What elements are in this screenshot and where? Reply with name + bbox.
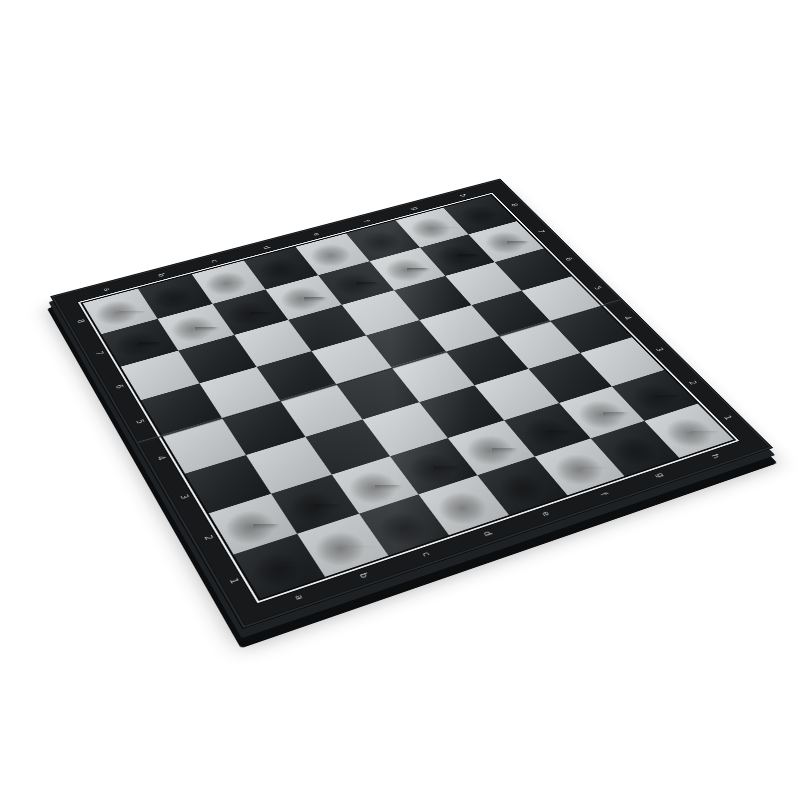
coord-rank-5-left: 5 xyxy=(133,419,144,425)
coord-file-a-front: a xyxy=(292,594,304,601)
coord-rank-6-left: 6 xyxy=(113,384,124,390)
product-photo-scene: aa11bb22cc33dd44ee55ff66gg77hh88 ♜♞♝♛♚♝♞… xyxy=(0,0,800,800)
coord-rank-6-right: 6 xyxy=(563,257,573,262)
coord-rank-4-right: 4 xyxy=(622,316,632,321)
coord-file-c-front: c xyxy=(420,551,432,558)
coord-rank-1-left: 1 xyxy=(227,577,239,584)
coord-rank-4-left: 4 xyxy=(155,455,166,461)
coord-rank-7-left: 7 xyxy=(93,351,103,356)
coord-file-f-front: f xyxy=(598,492,608,497)
coord-file-d-front: d xyxy=(480,530,492,537)
coord-file-h-front: h xyxy=(709,454,720,460)
coord-file-g-front: g xyxy=(654,472,666,478)
coord-file-b-front: b xyxy=(357,572,369,579)
coord-rank-5-right: 5 xyxy=(592,286,602,291)
chess-board: aa11bb22cc33dd44ee55ff66gg77hh88 ♜♞♝♛♚♝♞… xyxy=(50,179,773,630)
coord-file-e-front: e xyxy=(540,511,552,518)
